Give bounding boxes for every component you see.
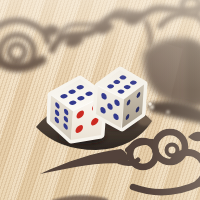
- die-right: [96, 70, 144, 128]
- top-left-ornament: [0, 20, 60, 69]
- top-right-ornament: [160, 0, 200, 28]
- photo-scene: [0, 0, 200, 200]
- background-die: [143, 38, 200, 124]
- bottom-edge-ornament-tip: [52, 195, 108, 200]
- board-art: [0, 0, 200, 200]
